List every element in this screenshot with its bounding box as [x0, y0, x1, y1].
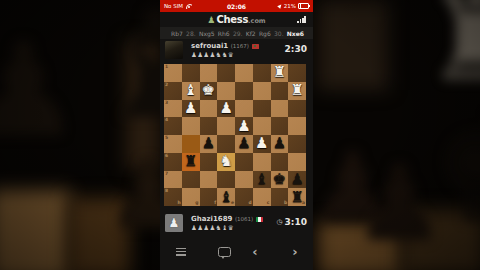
square-a4[interactable]: [288, 117, 306, 135]
square-a2[interactable]: ♜: [288, 82, 306, 100]
black-rook-g6: ♜: [182, 153, 200, 171]
app-header: ♟ Chess .com: [160, 12, 313, 27]
file-label-h: h: [178, 201, 181, 206]
rank-label-7: 7: [165, 172, 168, 177]
default-avatar-pawn-icon: ♟: [169, 217, 180, 229]
move-item[interactable]: Rb7: [171, 30, 183, 37]
chat-bubble-icon: [218, 247, 231, 257]
player-top-captured-pieces: ♟♟♟♟♞♞♛: [191, 51, 234, 59]
square-f5[interactable]: ♟: [200, 135, 218, 153]
player-bottom-rating: (1061): [235, 216, 253, 222]
square-g4[interactable]: [182, 117, 200, 135]
black-bishop-c7: ♝: [253, 171, 271, 189]
rank-label-6: 6: [165, 154, 168, 159]
move-item[interactable]: 29.: [233, 30, 243, 37]
square-a1[interactable]: [288, 64, 306, 82]
square-d6[interactable]: [235, 153, 253, 171]
white-pawn-e3: ♟: [217, 100, 235, 118]
square-d8[interactable]: d: [235, 188, 253, 206]
file-label-b: b: [284, 201, 287, 206]
chesscom-logo: ♟ Chess .com: [207, 14, 265, 25]
player-top-flag-morocco: [252, 44, 259, 49]
square-e8[interactable]: e♝: [217, 188, 235, 206]
player-bottom-captured-pieces: ♟♟♟♟♞♝♛: [191, 224, 234, 232]
location-icon: [277, 3, 283, 9]
square-g6[interactable]: ♜: [182, 153, 200, 171]
square-b3[interactable]: [271, 100, 289, 118]
moves-menu-button[interactable]: [173, 240, 189, 263]
move-item[interactable]: Kf2: [246, 30, 256, 37]
square-d7[interactable]: [235, 171, 253, 189]
white-pawn-c5: ♟: [253, 135, 271, 153]
square-a8[interactable]: a♜: [288, 188, 306, 206]
square-d4[interactable]: ♟: [235, 117, 253, 135]
square-b2[interactable]: [271, 82, 289, 100]
phone-screenshot: No SIM 02:06 21% ♟ Chess .com Rb728.Nxg5…: [160, 0, 313, 270]
square-b8[interactable]: b: [271, 188, 289, 206]
player-top-rating: (1167): [231, 43, 249, 49]
square-h6[interactable]: 6: [164, 153, 182, 171]
status-bar: No SIM 02:06 21%: [160, 0, 313, 12]
active-clock-icon: ◷: [277, 218, 283, 226]
rank-label-3: 3: [165, 101, 168, 106]
move-item[interactable]: 30.: [274, 30, 284, 37]
white-knight-e6: ♞: [217, 153, 235, 171]
rank-label-8: 8: [165, 189, 168, 194]
rank-label-1: 1: [165, 65, 168, 70]
square-e2[interactable]: [217, 82, 235, 100]
square-e7[interactable]: [217, 171, 235, 189]
square-c3[interactable]: [253, 100, 271, 118]
move-item[interactable]: Rg6: [259, 30, 271, 37]
player-top-row[interactable]: sefrouai1 (1167) ♟♟♟♟♞♞♛ 2:30: [160, 39, 313, 65]
bottom-nav-bar: ‹ ›: [160, 240, 313, 263]
player-top-avatar[interactable]: [165, 41, 183, 59]
video-frame: ♝♟♟♜♟♟♚ No SIM 02:06 21% ♟ Chess .com: [0, 0, 480, 270]
square-h4[interactable]: 4: [164, 117, 182, 135]
square-h7[interactable]: 7: [164, 171, 182, 189]
square-a5[interactable]: [288, 135, 306, 153]
square-b6[interactable]: [271, 153, 289, 171]
move-item[interactable]: Nxe6: [287, 30, 304, 37]
square-f7[interactable]: [200, 171, 218, 189]
move-item[interactable]: Nxg5: [199, 30, 215, 37]
square-h3[interactable]: 3: [164, 100, 182, 118]
black-pawn-a7: ♟: [288, 171, 306, 189]
square-f4[interactable]: [200, 117, 218, 135]
black-pawn-d5: ♟: [235, 135, 253, 153]
white-rook-a2: ♜: [288, 82, 306, 100]
square-c1[interactable]: [253, 64, 271, 82]
file-label-f: f: [214, 201, 216, 206]
square-e4[interactable]: [217, 117, 235, 135]
square-e5[interactable]: [217, 135, 235, 153]
square-g3[interactable]: ♟: [182, 100, 200, 118]
chevron-right-icon: ›: [292, 245, 297, 258]
square-b7[interactable]: ♚: [271, 171, 289, 189]
square-g2[interactable]: ♝: [182, 82, 200, 100]
square-g8[interactable]: g: [182, 188, 200, 206]
square-g1[interactable]: [182, 64, 200, 82]
file-label-d: d: [249, 201, 252, 206]
black-pawn-f5: ♟: [200, 135, 218, 153]
square-f8[interactable]: f: [200, 188, 218, 206]
square-f2[interactable]: ♚: [200, 82, 218, 100]
player-bottom-row[interactable]: ♟ Ghazi1689 (1061) ♟♟♟♟♞♝♛ ◷ 3:10: [160, 212, 313, 238]
battery-percent: 21%: [284, 3, 296, 9]
square-d5[interactable]: ♟: [235, 135, 253, 153]
square-h2[interactable]: 2: [164, 82, 182, 100]
chess-board: 1♜2♝♚♜3♟♟4♟5♟♟♟♟6♜♞7♝♚♟8hgfe♝dcba♜: [164, 64, 306, 206]
logo-tld: .com: [248, 17, 266, 25]
chat-button[interactable]: [215, 240, 233, 263]
square-d1[interactable]: [235, 64, 253, 82]
square-d3[interactable]: [235, 100, 253, 118]
move-item[interactable]: 28.: [186, 30, 196, 37]
file-label-a: a: [302, 201, 305, 206]
square-c4[interactable]: [253, 117, 271, 135]
logo-pawn-icon: ♟: [207, 15, 215, 25]
next-move-button[interactable]: ›: [288, 240, 302, 263]
logo-brand: Chess: [216, 14, 248, 25]
square-e6[interactable]: ♞: [217, 153, 235, 171]
square-c8[interactable]: c: [253, 188, 271, 206]
square-c2[interactable]: [253, 82, 271, 100]
white-rook-b1: ♜: [271, 64, 289, 82]
white-bishop-g2: ♝: [182, 82, 200, 100]
square-f1[interactable]: [200, 64, 218, 82]
battery-icon: [298, 3, 309, 10]
move-item[interactable]: Rh6: [218, 30, 230, 37]
square-d2[interactable]: [235, 82, 253, 100]
square-c7[interactable]: ♝: [253, 171, 271, 189]
square-b1[interactable]: ♜: [271, 64, 289, 82]
square-a3[interactable]: [288, 100, 306, 118]
move-list: Rb728.Nxg5Rh629.Kf2Rg630.Nxe6: [160, 27, 313, 39]
square-b4[interactable]: [271, 117, 289, 135]
player-top-name: sefrouai1: [191, 42, 228, 50]
black-pawn-b5: ♟: [271, 135, 289, 153]
square-c6[interactable]: [253, 153, 271, 171]
square-e3[interactable]: ♟: [217, 100, 235, 118]
square-h5[interactable]: 5: [164, 135, 182, 153]
white-king-f2: ♚: [200, 82, 218, 100]
file-label-e: e: [231, 201, 234, 206]
connection-signal-icon: [297, 16, 306, 23]
square-g5[interactable]: [182, 135, 200, 153]
player-top-clock: 2:30: [285, 44, 307, 54]
white-pawn-g3: ♟: [182, 100, 200, 118]
file-label-c: c: [267, 201, 270, 206]
square-a7[interactable]: ♟: [288, 171, 306, 189]
square-a6[interactable]: [288, 153, 306, 171]
square-h1[interactable]: 1: [164, 64, 182, 82]
square-f6[interactable]: [200, 153, 218, 171]
player-bottom-flag-italy: [256, 217, 263, 222]
chevron-left-icon: ‹: [252, 245, 257, 258]
square-f3[interactable]: [200, 100, 218, 118]
player-bottom-name: Ghazi1689: [191, 215, 232, 223]
square-e1[interactable]: [217, 64, 235, 82]
square-g7[interactable]: [182, 171, 200, 189]
black-king-b7: ♚: [271, 171, 289, 189]
player-bottom-avatar[interactable]: ♟: [165, 214, 183, 232]
rank-label-4: 4: [165, 118, 168, 123]
white-pawn-d4: ♟: [235, 117, 253, 135]
square-c5[interactable]: ♟: [253, 135, 271, 153]
rank-label-5: 5: [165, 136, 168, 141]
square-b5[interactable]: ♟: [271, 135, 289, 153]
rank-label-2: 2: [165, 83, 168, 88]
file-label-g: g: [195, 201, 198, 206]
previous-move-button[interactable]: ‹: [248, 240, 262, 263]
player-bottom-clock: ◷ 3:10: [277, 217, 308, 227]
square-h8[interactable]: 8h: [164, 188, 182, 206]
